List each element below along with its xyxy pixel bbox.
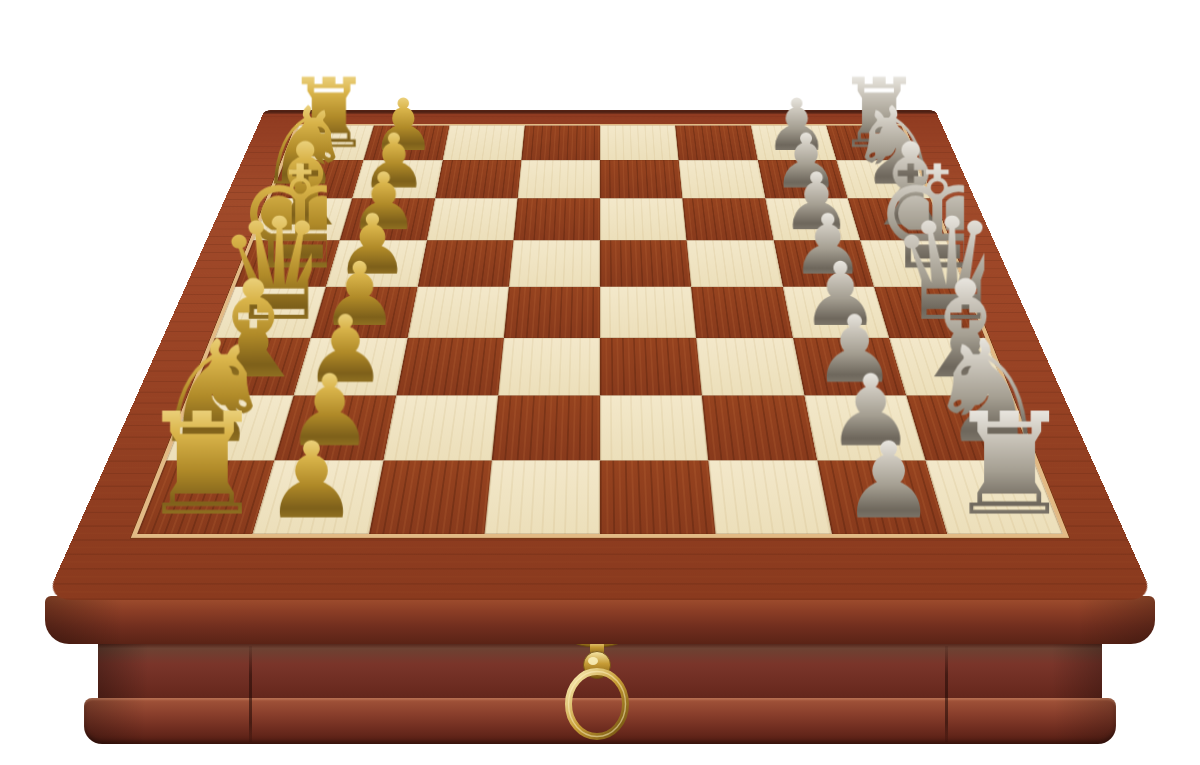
square-f5[interactable]: [600, 198, 687, 240]
square-g6[interactable]: [679, 160, 765, 198]
piece-white-pawn[interactable]: ♟: [254, 433, 369, 530]
square-a7[interactable]: ♟: [817, 461, 947, 535]
square-e5[interactable]: [600, 240, 691, 286]
square-d5[interactable]: [600, 287, 696, 339]
square-e6[interactable]: [687, 240, 783, 286]
square-h6[interactable]: [675, 125, 757, 160]
square-c5[interactable]: [600, 338, 702, 396]
square-g4[interactable]: [517, 160, 600, 198]
chessboard-scene: ♜♟♟♜♞♟♟♞♝♟♟♝♚♟♟♚♛♟♟♛♝♟♟♝♞♟♟♞♜♟♟♜: [45, 110, 1155, 600]
square-a5[interactable]: [600, 461, 716, 535]
piece-black-pawn[interactable]: ♟: [831, 433, 946, 530]
square-a4[interactable]: [484, 461, 600, 535]
square-b5[interactable]: [600, 396, 708, 461]
photo-stage: ♜♟♟♜♞♟♟♞♝♟♟♝♚♟♟♚♛♟♟♛♝♟♟♝♞♟♟♞♜♟♟♜: [0, 0, 1200, 765]
piece-white-rook[interactable]: ♜: [139, 400, 254, 530]
square-f6[interactable]: [683, 198, 774, 240]
square-a3[interactable]: [369, 461, 492, 535]
square-e4[interactable]: [509, 240, 600, 286]
drawer-seam-left: [249, 646, 252, 742]
ring-pull-ring: [569, 672, 626, 737]
square-f3[interactable]: [427, 198, 518, 240]
board-front-edge: [45, 596, 1155, 644]
square-a2[interactable]: ♟: [253, 461, 383, 535]
chess-board: ♜♟♟♜♞♟♟♞♝♟♟♝♚♟♟♚♛♟♟♛♝♟♟♝♞♟♟♞♜♟♟♜: [45, 110, 1155, 600]
square-e3[interactable]: [417, 240, 513, 286]
square-h4[interactable]: [521, 125, 600, 160]
square-b6[interactable]: [702, 396, 817, 461]
square-f4[interactable]: [513, 198, 600, 240]
square-h5[interactable]: [600, 125, 679, 160]
piece-black-rook[interactable]: ♜: [946, 400, 1061, 530]
square-d4[interactable]: [504, 287, 600, 339]
square-d6[interactable]: [691, 287, 792, 339]
square-a6[interactable]: [708, 461, 831, 535]
square-b4[interactable]: [492, 396, 600, 461]
square-d3[interactable]: [407, 287, 508, 339]
drawer-seam-right: [945, 646, 948, 742]
storage-box: [84, 640, 1116, 746]
board-grid: ♜♟♟♜♞♟♟♞♝♟♟♝♚♟♟♚♛♟♟♛♝♟♟♝♞♟♟♞♜♟♟♜: [137, 125, 1063, 534]
square-c3[interactable]: [396, 338, 504, 396]
square-h3[interactable]: [442, 125, 524, 160]
square-g5[interactable]: [600, 160, 683, 198]
square-g3[interactable]: [435, 160, 521, 198]
board-playing-field: ♜♟♟♜♞♟♟♞♝♟♟♝♚♟♟♚♛♟♟♛♝♟♟♝♞♟♟♞♜♟♟♜: [131, 124, 1069, 538]
square-c6[interactable]: [696, 338, 804, 396]
square-c4[interactable]: [498, 338, 600, 396]
square-b3[interactable]: [383, 396, 498, 461]
